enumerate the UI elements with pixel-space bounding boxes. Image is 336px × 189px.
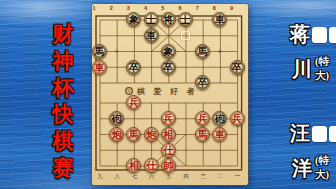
piece-black-cannon[interactable]: 砲 (212, 111, 227, 126)
player-red-side-chip-2 (329, 126, 336, 142)
player-black-given: 川 (292, 56, 312, 83)
player-red-surname: 汪 (290, 120, 310, 147)
piece-black-elephant[interactable]: 象 (126, 12, 141, 27)
event-banner: 财神杯快棋赛 (47, 23, 79, 179)
file-label-bottom-4: 六 (147, 173, 157, 180)
file-label-top-8: 8 (209, 5, 219, 12)
piece-black-cannon[interactable]: 砲 (109, 111, 124, 126)
player-red-row: 汪 (290, 120, 336, 147)
piece-black-pawn[interactable]: 卒 (230, 60, 245, 75)
file-label-top-9: 9 (227, 5, 237, 12)
player-red-side-chip-1 (312, 126, 327, 142)
piece-red-pawn[interactable]: 兵 (161, 111, 176, 126)
piece-red-advisor[interactable]: 仕 (144, 158, 159, 173)
player-black-title: (特大) (315, 55, 336, 83)
event-banner-char-4: 快 (53, 103, 74, 125)
event-banner-char-5: 棋 (53, 130, 74, 152)
player-red-given-row: 洋 (特大) (292, 154, 336, 182)
player-black-side-chip-1 (312, 27, 327, 43)
point-marker-icon: + (218, 47, 223, 56)
piece-black-horse[interactable]: 馬 (195, 44, 210, 59)
piece-black-elephant[interactable]: 象 (161, 44, 176, 59)
file-label-bottom-5: 五 (164, 173, 174, 180)
file-label-top-2: 2 (106, 5, 116, 12)
event-banner-char-2: 神 (53, 50, 74, 72)
piece-black-chariot[interactable]: 車 (144, 28, 159, 43)
file-label-bottom-7: 三 (198, 173, 208, 180)
point-marker-icon: + (114, 47, 119, 56)
file-label-top-7: 7 (192, 5, 202, 12)
piece-black-horse[interactable]: 馬 (92, 44, 107, 59)
file-label-top-1: 1 (89, 5, 99, 12)
event-banner-char-6: 赛 (53, 157, 74, 179)
file-label-bottom-3: 七 (129, 173, 139, 180)
piece-red-general[interactable]: 帥 (161, 158, 176, 173)
piece-red-pawn[interactable]: 兵 (126, 95, 141, 110)
player-black-row: 蒋 (290, 21, 336, 48)
piece-red-pawn[interactable]: 兵 (230, 111, 245, 126)
piece-black-pawn[interactable]: 卒 (161, 60, 176, 75)
move-origin-marker (181, 31, 190, 40)
file-label-top-4: 4 (141, 5, 151, 12)
piece-layer: ++象士将士車車馬象馬車卒卒卒卒兵砲兵兵砲兵炮馬炮相馬車仕相仕帥 (91, 12, 246, 174)
file-label-bottom-6: 四 (181, 173, 191, 180)
thumbnail-stage: 财神杯快棋赛 123456789 九八七六五四三二一 棋爱好者 ++象士将士車車… (0, 0, 336, 189)
file-label-top-6: 6 (175, 5, 185, 12)
player-black-given-row: 川 (特大) (292, 55, 336, 83)
piece-black-advisor[interactable]: 士 (144, 12, 159, 27)
piece-black-advisor[interactable]: 士 (178, 12, 193, 27)
piece-red-cannon[interactable]: 炮 (109, 127, 124, 142)
piece-black-pawn[interactable]: 卒 (126, 60, 141, 75)
event-banner-char-3: 杯 (53, 77, 74, 99)
file-label-bottom-8: 二 (215, 173, 225, 180)
player-red-title: (特大) (315, 154, 336, 182)
piece-red-chariot[interactable]: 車 (92, 60, 107, 75)
piece-black-chariot[interactable]: 車 (212, 12, 227, 27)
file-label-bottom-2: 八 (112, 173, 122, 180)
piece-red-elephant[interactable]: 相 (161, 127, 176, 142)
piece-red-advisor[interactable]: 仕 (161, 143, 176, 158)
file-label-bottom-1: 九 (95, 173, 105, 180)
piece-red-pawn[interactable]: 兵 (195, 111, 210, 126)
file-label-bottom-9: 一 (233, 173, 243, 180)
piece-red-cannon[interactable]: 炮 (144, 127, 159, 142)
piece-red-horse[interactable]: 馬 (126, 127, 141, 142)
file-label-top-3: 3 (123, 5, 133, 12)
player-black-surname: 蒋 (290, 21, 310, 48)
piece-red-elephant[interactable]: 相 (126, 158, 141, 173)
player-black-side-chip-2 (329, 27, 336, 43)
event-banner-char-1: 财 (53, 23, 74, 45)
piece-red-chariot[interactable]: 車 (212, 127, 227, 142)
player-red-given: 洋 (292, 155, 312, 182)
xiangqi-board[interactable]: 123456789 九八七六五四三二一 棋爱好者 ++象士将士車車馬象馬車卒卒卒… (92, 4, 248, 185)
file-label-top-5: 5 (158, 5, 168, 12)
piece-red-horse[interactable]: 馬 (195, 127, 210, 142)
piece-black-general[interactable]: 将 (161, 12, 176, 27)
piece-black-pawn[interactable]: 卒 (195, 75, 210, 90)
